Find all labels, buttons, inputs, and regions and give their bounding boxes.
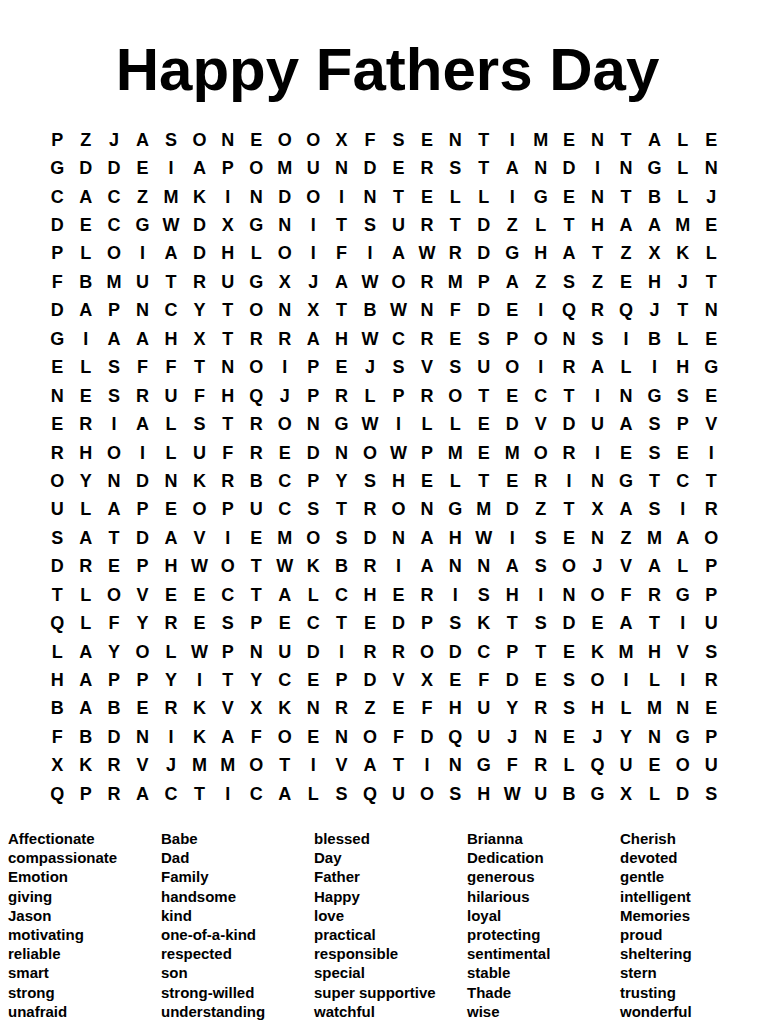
grid-cell: O bbox=[299, 183, 327, 211]
page-title: Happy Fathers Day bbox=[0, 40, 775, 100]
grid-cell: P bbox=[242, 609, 270, 637]
grid-cell: V bbox=[413, 354, 441, 382]
grid-cell: A bbox=[185, 154, 213, 182]
grid-cell: A bbox=[612, 609, 640, 637]
grid-cell: E bbox=[470, 439, 498, 467]
grid-cell: L bbox=[413, 410, 441, 438]
grid-cell: S bbox=[640, 496, 668, 524]
grid-cell: N bbox=[583, 524, 611, 552]
grid-cell: P bbox=[214, 154, 242, 182]
grid-cell: O bbox=[583, 581, 611, 609]
grid-cell: L bbox=[555, 752, 583, 780]
grid-cell: N bbox=[128, 297, 156, 325]
grid-cell: R bbox=[157, 609, 185, 637]
grid-cell: E bbox=[384, 154, 412, 182]
grid-cell: J bbox=[583, 553, 611, 581]
grid-cell: S bbox=[640, 439, 668, 467]
grid-cell: E bbox=[157, 496, 185, 524]
grid-cell: E bbox=[612, 268, 640, 296]
grid-cell: L bbox=[669, 154, 697, 182]
grid-cell: A bbox=[612, 410, 640, 438]
grid-cell: L bbox=[697, 240, 725, 268]
grid-cell: S bbox=[384, 126, 412, 154]
grid-cell: Z bbox=[583, 268, 611, 296]
grid-cell: E bbox=[498, 382, 526, 410]
grid-cell: J bbox=[299, 268, 327, 296]
grid-cell: P bbox=[384, 382, 412, 410]
grid-cell: U bbox=[470, 354, 498, 382]
grid-cell: Z bbox=[356, 695, 384, 723]
grid-cell: N bbox=[669, 695, 697, 723]
word-list-item: watchful bbox=[314, 1002, 467, 1021]
grid-cell: D bbox=[100, 723, 128, 751]
grid-cell: D bbox=[43, 211, 71, 239]
grid-cell: P bbox=[43, 126, 71, 154]
grid-cell: E bbox=[242, 524, 270, 552]
grid-cell: S bbox=[356, 467, 384, 495]
grid-cell: E bbox=[413, 183, 441, 211]
grid-cell: H bbox=[498, 581, 526, 609]
grid-cell: A bbox=[299, 325, 327, 353]
grid-cell: T bbox=[470, 382, 498, 410]
grid-cell: Q bbox=[43, 780, 71, 808]
word-list-item: son bbox=[161, 963, 314, 982]
grid-cell: A bbox=[640, 211, 668, 239]
grid-cell: U bbox=[697, 752, 725, 780]
grid-cell: P bbox=[498, 638, 526, 666]
grid-cell: M bbox=[498, 439, 526, 467]
grid-cell: U bbox=[697, 609, 725, 637]
grid-cell: R bbox=[242, 325, 270, 353]
grid-cell: R bbox=[526, 752, 554, 780]
grid-cell: D bbox=[356, 524, 384, 552]
grid-cell: A bbox=[498, 553, 526, 581]
grid-cell: A bbox=[356, 752, 384, 780]
grid-cell: L bbox=[612, 695, 640, 723]
grid-cell: I bbox=[157, 154, 185, 182]
grid-cell: T bbox=[384, 183, 412, 211]
grid-cell: W bbox=[185, 553, 213, 581]
grid-cell: T bbox=[697, 467, 725, 495]
grid-cell: I bbox=[413, 752, 441, 780]
grid-cell: L bbox=[71, 354, 99, 382]
grid-cell: D bbox=[470, 211, 498, 239]
grid-cell: R bbox=[555, 354, 583, 382]
grid-cell: R bbox=[413, 325, 441, 353]
grid-cell: E bbox=[441, 666, 469, 694]
grid-cell: I bbox=[697, 439, 725, 467]
grid-cell: N bbox=[583, 467, 611, 495]
grid-cell: R bbox=[100, 752, 128, 780]
grid-cell: I bbox=[526, 297, 554, 325]
grid-cell: J bbox=[356, 354, 384, 382]
grid-cell: T bbox=[583, 240, 611, 268]
grid-cell: T bbox=[555, 211, 583, 239]
grid-cell: A bbox=[71, 297, 99, 325]
grid-cell: P bbox=[669, 410, 697, 438]
grid-cell: J bbox=[100, 126, 128, 154]
grid-cell: D bbox=[384, 609, 412, 637]
grid-cell: O bbox=[299, 524, 327, 552]
grid-cell: S bbox=[299, 496, 327, 524]
grid-cell: D bbox=[128, 524, 156, 552]
grid-cell: T bbox=[271, 752, 299, 780]
grid-cell: R bbox=[128, 382, 156, 410]
grid-cell: H bbox=[157, 553, 185, 581]
grid-cell: Z bbox=[612, 524, 640, 552]
grid-cell: N bbox=[441, 126, 469, 154]
grid-cell: I bbox=[669, 609, 697, 637]
grid-cell: I bbox=[356, 240, 384, 268]
grid-cell: W bbox=[384, 439, 412, 467]
grid-cell: H bbox=[470, 780, 498, 808]
grid-cell: X bbox=[640, 240, 668, 268]
grid-cell: Y bbox=[185, 297, 213, 325]
grid-cell: Q bbox=[242, 382, 270, 410]
word-list: AffectionatecompassionateEmotiongivingJa… bbox=[8, 829, 773, 1021]
grid-cell: R bbox=[526, 467, 554, 495]
grid-cell: T bbox=[327, 496, 355, 524]
grid-cell: M bbox=[271, 524, 299, 552]
grid-cell: F bbox=[327, 240, 355, 268]
word-list-item: gentle bbox=[620, 867, 773, 886]
grid-cell: P bbox=[697, 581, 725, 609]
grid-cell: B bbox=[71, 268, 99, 296]
grid-cell: O bbox=[498, 354, 526, 382]
grid-cell: Z bbox=[612, 240, 640, 268]
grid-cell: Q bbox=[555, 297, 583, 325]
grid-cell: R bbox=[697, 496, 725, 524]
word-list-item: handsome bbox=[161, 887, 314, 906]
grid-cell: T bbox=[185, 354, 213, 382]
grid-cell: V bbox=[327, 752, 355, 780]
grid-cell: P bbox=[697, 723, 725, 751]
grid-cell: V bbox=[612, 553, 640, 581]
grid-cell: A bbox=[669, 524, 697, 552]
grid-cell: S bbox=[555, 695, 583, 723]
grid-cell: C bbox=[384, 325, 412, 353]
grid-cell: S bbox=[441, 609, 469, 637]
grid-cell: T bbox=[100, 524, 128, 552]
word-list-column: AffectionatecompassionateEmotiongivingJa… bbox=[8, 829, 161, 1021]
grid-cell: E bbox=[526, 666, 554, 694]
grid-cell: C bbox=[470, 638, 498, 666]
grid-cell: F bbox=[470, 666, 498, 694]
grid-cell: A bbox=[384, 240, 412, 268]
word-list-item: giving bbox=[8, 887, 161, 906]
grid-cell: P bbox=[43, 240, 71, 268]
grid-cell: D bbox=[470, 240, 498, 268]
word-list-item: Babe bbox=[161, 829, 314, 848]
grid-cell: A bbox=[413, 524, 441, 552]
grid-cell: I bbox=[157, 723, 185, 751]
grid-cell: U bbox=[470, 723, 498, 751]
grid-cell: O bbox=[526, 439, 554, 467]
grid-cell: G bbox=[242, 268, 270, 296]
grid-cell: C bbox=[271, 496, 299, 524]
grid-cell: I bbox=[214, 524, 242, 552]
grid-cell: R bbox=[242, 439, 270, 467]
grid-cell: X bbox=[271, 268, 299, 296]
grid-cell: T bbox=[214, 666, 242, 694]
grid-cell: C bbox=[299, 609, 327, 637]
grid-cell: U bbox=[299, 154, 327, 182]
grid-cell: R bbox=[697, 666, 725, 694]
grid-cell: N bbox=[583, 183, 611, 211]
grid-cell: I bbox=[669, 496, 697, 524]
grid-cell: I bbox=[498, 524, 526, 552]
grid-cell: H bbox=[669, 354, 697, 382]
word-search-page: Happy Fathers Day PZJASONEOOXFSENTIMENTA… bbox=[0, 0, 775, 1029]
grid-cell: K bbox=[185, 467, 213, 495]
grid-cell: A bbox=[413, 553, 441, 581]
grid-cell: P bbox=[299, 354, 327, 382]
grid-cell: O bbox=[555, 553, 583, 581]
grid-cell: K bbox=[185, 723, 213, 751]
grid-cell: D bbox=[356, 666, 384, 694]
grid-cell: B bbox=[640, 183, 668, 211]
grid-cell: W bbox=[413, 240, 441, 268]
word-list-item: Cherish bbox=[620, 829, 773, 848]
grid-cell: R bbox=[356, 553, 384, 581]
grid-cell: P bbox=[71, 780, 99, 808]
grid-cell: P bbox=[299, 382, 327, 410]
grid-cell: D bbox=[185, 211, 213, 239]
grid-cell: E bbox=[71, 382, 99, 410]
grid-cell: D bbox=[43, 553, 71, 581]
grid-cell: N bbox=[242, 638, 270, 666]
grid-cell: S bbox=[526, 553, 554, 581]
grid-cell: I bbox=[640, 354, 668, 382]
grid-cell: D bbox=[100, 154, 128, 182]
grid-cell: Z bbox=[71, 126, 99, 154]
grid-cell: F bbox=[356, 126, 384, 154]
grid-cell: H bbox=[640, 638, 668, 666]
grid-cell: I bbox=[498, 126, 526, 154]
grid-cell: D bbox=[71, 154, 99, 182]
grid-cell: U bbox=[128, 268, 156, 296]
grid-cell: O bbox=[185, 126, 213, 154]
word-list-item: respected bbox=[161, 944, 314, 963]
grid-cell: E bbox=[299, 666, 327, 694]
grid-cell: Z bbox=[526, 496, 554, 524]
grid-cell: S bbox=[327, 524, 355, 552]
grid-cell: R bbox=[356, 638, 384, 666]
grid-cell: M bbox=[612, 638, 640, 666]
grid-cell: O bbox=[413, 780, 441, 808]
grid-cell: L bbox=[71, 581, 99, 609]
grid-cell: L bbox=[157, 410, 185, 438]
grid-cell: U bbox=[384, 211, 412, 239]
grid-cell: Q bbox=[441, 723, 469, 751]
grid-cell: S bbox=[157, 126, 185, 154]
grid-cell: O bbox=[242, 297, 270, 325]
grid-cell: A bbox=[555, 240, 583, 268]
grid-cell: S bbox=[697, 638, 725, 666]
grid-cell: N bbox=[384, 524, 412, 552]
word-list-item: Family bbox=[161, 867, 314, 886]
grid-cell: T bbox=[214, 297, 242, 325]
grid-cell: Y bbox=[498, 695, 526, 723]
grid-cell: S bbox=[356, 211, 384, 239]
grid-cell: I bbox=[299, 211, 327, 239]
grid-cell: A bbox=[640, 553, 668, 581]
grid-cell: K bbox=[299, 553, 327, 581]
grid-cell: J bbox=[583, 723, 611, 751]
grid-cell: D bbox=[299, 638, 327, 666]
grid-cell: Q bbox=[43, 609, 71, 637]
grid-cell: L bbox=[612, 354, 640, 382]
grid-cell: Y bbox=[100, 638, 128, 666]
grid-cell: S bbox=[470, 581, 498, 609]
grid-cell: I bbox=[214, 780, 242, 808]
grid-cell: R bbox=[356, 496, 384, 524]
grid-cell: D bbox=[128, 467, 156, 495]
grid-cell: N bbox=[157, 467, 185, 495]
grid-cell: E bbox=[498, 467, 526, 495]
grid-cell: U bbox=[214, 268, 242, 296]
grid-cell: R bbox=[271, 325, 299, 353]
grid-cell: S bbox=[669, 382, 697, 410]
grid-cell: O bbox=[384, 268, 412, 296]
grid-cell: I bbox=[612, 666, 640, 694]
grid-cell: R bbox=[640, 581, 668, 609]
grid-cell: T bbox=[470, 154, 498, 182]
grid-cell: S bbox=[470, 325, 498, 353]
grid-cell: N bbox=[327, 439, 355, 467]
grid-cell: J bbox=[271, 382, 299, 410]
word-list-item: Jason bbox=[8, 906, 161, 925]
grid-cell: G bbox=[640, 154, 668, 182]
word-list-item: generous bbox=[467, 867, 620, 886]
word-list-item: Affectionate bbox=[8, 829, 161, 848]
grid-cell: I bbox=[583, 439, 611, 467]
grid-cell: G bbox=[128, 211, 156, 239]
grid-cell: E bbox=[100, 553, 128, 581]
grid-cell: N bbox=[100, 467, 128, 495]
grid-cell: E bbox=[555, 183, 583, 211]
grid-cell: E bbox=[697, 695, 725, 723]
grid-cell: D bbox=[185, 240, 213, 268]
grid-cell: E bbox=[128, 154, 156, 182]
grid-cell: L bbox=[299, 581, 327, 609]
grid-cell: P bbox=[128, 496, 156, 524]
word-list-item: smart bbox=[8, 963, 161, 982]
grid-cell: S bbox=[43, 524, 71, 552]
grid-cell: W bbox=[356, 410, 384, 438]
grid-cell: R bbox=[555, 439, 583, 467]
grid-cell: Q bbox=[356, 780, 384, 808]
grid-cell: I bbox=[612, 325, 640, 353]
grid-cell: T bbox=[327, 211, 355, 239]
grid-cell: E bbox=[299, 723, 327, 751]
grid-cell: Y bbox=[242, 666, 270, 694]
word-list-item: proud bbox=[620, 925, 773, 944]
grid-cell: M bbox=[271, 154, 299, 182]
grid-cell: N bbox=[271, 297, 299, 325]
grid-cell: F bbox=[384, 723, 412, 751]
grid-cell: I bbox=[185, 666, 213, 694]
grid-cell: L bbox=[71, 609, 99, 637]
grid-cell: H bbox=[583, 695, 611, 723]
grid-cell: P bbox=[100, 297, 128, 325]
grid-cell: P bbox=[128, 666, 156, 694]
grid-cell: U bbox=[185, 439, 213, 467]
grid-cell: L bbox=[669, 183, 697, 211]
grid-cell: L bbox=[441, 467, 469, 495]
grid-cell: N bbox=[327, 723, 355, 751]
grid-cell: J bbox=[498, 723, 526, 751]
grid-cell: A bbox=[583, 354, 611, 382]
grid-cell: A bbox=[612, 211, 640, 239]
grid-cell: E bbox=[640, 752, 668, 780]
grid-cell: E bbox=[669, 439, 697, 467]
grid-cell: M bbox=[640, 524, 668, 552]
grid-cell: K bbox=[271, 695, 299, 723]
grid-cell: H bbox=[327, 325, 355, 353]
grid-cell: V bbox=[128, 581, 156, 609]
grid-cell: H bbox=[441, 695, 469, 723]
grid-cell: O bbox=[413, 638, 441, 666]
grid-cell: R bbox=[157, 695, 185, 723]
grid-cell: R bbox=[185, 268, 213, 296]
grid-cell: W bbox=[384, 297, 412, 325]
grid-cell: X bbox=[214, 211, 242, 239]
word-list-column: blessedDayFatherHappylovepracticalrespon… bbox=[314, 829, 467, 1021]
grid-cell: H bbox=[640, 268, 668, 296]
grid-cell: B bbox=[327, 553, 355, 581]
grid-cell: I bbox=[526, 354, 554, 382]
grid-cell: G bbox=[526, 183, 554, 211]
grid-cell: N bbox=[441, 752, 469, 780]
grid-cell: A bbox=[498, 154, 526, 182]
grid-cell: N bbox=[697, 297, 725, 325]
grid-cell: E bbox=[441, 325, 469, 353]
grid-cell: L bbox=[157, 638, 185, 666]
grid-cell: L bbox=[71, 240, 99, 268]
grid-cell: E bbox=[384, 581, 412, 609]
grid-cell: L bbox=[669, 553, 697, 581]
grid-cell: E bbox=[185, 581, 213, 609]
grid-cell: E bbox=[555, 524, 583, 552]
grid-cell: X bbox=[299, 297, 327, 325]
grid-cell: J bbox=[640, 297, 668, 325]
grid-cell: O bbox=[43, 467, 71, 495]
grid-cell: F bbox=[100, 609, 128, 637]
grid-cell: D bbox=[43, 297, 71, 325]
grid-cell: E bbox=[583, 609, 611, 637]
grid-cell: A bbox=[157, 524, 185, 552]
grid-cell: H bbox=[43, 666, 71, 694]
grid-cell: D bbox=[498, 410, 526, 438]
grid-cell: O bbox=[441, 382, 469, 410]
grid-cell: R bbox=[100, 780, 128, 808]
grid-cell: O bbox=[100, 240, 128, 268]
grid-cell: B bbox=[71, 723, 99, 751]
grid-cell: K bbox=[185, 695, 213, 723]
word-list-item: hilarious bbox=[467, 887, 620, 906]
grid-cell: R bbox=[413, 581, 441, 609]
grid-cell: T bbox=[327, 297, 355, 325]
grid-cell: H bbox=[526, 240, 554, 268]
grid-cell: O bbox=[271, 240, 299, 268]
grid-cell: F bbox=[214, 439, 242, 467]
grid-cell: P bbox=[470, 268, 498, 296]
grid-cell: S bbox=[526, 609, 554, 637]
grid-cell: W bbox=[271, 553, 299, 581]
grid-cell: M bbox=[185, 752, 213, 780]
grid-cell: O bbox=[271, 410, 299, 438]
